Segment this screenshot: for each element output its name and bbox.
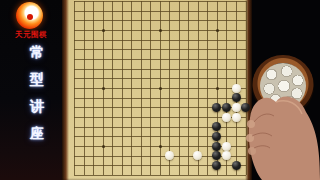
grid-line bbox=[74, 175, 246, 176]
channel-logo-icon bbox=[16, 2, 43, 29]
tv-frame: 天元围棋 常型讲座 bbox=[0, 0, 320, 180]
star-point bbox=[159, 87, 162, 90]
board-left-rim bbox=[62, 0, 69, 180]
black-stone bbox=[212, 122, 221, 131]
star-point bbox=[216, 87, 219, 90]
star-point bbox=[216, 29, 219, 32]
program-title-char: 讲 bbox=[30, 99, 44, 114]
black-stone bbox=[212, 142, 221, 151]
program-title-char: 型 bbox=[30, 72, 44, 87]
star-point bbox=[102, 87, 105, 90]
board-bottom-rim bbox=[62, 178, 252, 180]
star-point bbox=[159, 29, 162, 32]
channel-logo-text: 天元围棋 bbox=[4, 30, 58, 40]
white-stone bbox=[222, 142, 231, 151]
program-title-char: 座 bbox=[30, 126, 44, 141]
star-point bbox=[102, 145, 105, 148]
grid-line bbox=[169, 1, 170, 175]
program-title-char: 常 bbox=[30, 45, 44, 60]
white-stone bbox=[222, 151, 231, 160]
white-stone bbox=[165, 151, 174, 160]
grid-line bbox=[207, 1, 208, 175]
white-stone bbox=[222, 113, 231, 122]
channel-panel: 天元围棋 常型讲座 bbox=[0, 0, 62, 180]
grid-line bbox=[179, 1, 180, 175]
black-stone bbox=[212, 151, 221, 160]
go-board bbox=[62, 0, 252, 180]
black-stone bbox=[222, 103, 231, 112]
white-stone bbox=[193, 151, 202, 160]
grid-line bbox=[74, 98, 246, 99]
player-hand bbox=[240, 88, 320, 180]
program-title: 常型讲座 bbox=[28, 45, 46, 141]
grid-line bbox=[74, 117, 246, 118]
black-stone bbox=[212, 103, 221, 112]
star-point bbox=[159, 145, 162, 148]
black-stone bbox=[212, 161, 221, 170]
grid-line bbox=[188, 1, 189, 175]
star-point bbox=[102, 29, 105, 32]
black-stone bbox=[212, 132, 221, 141]
grid-line bbox=[198, 1, 199, 175]
